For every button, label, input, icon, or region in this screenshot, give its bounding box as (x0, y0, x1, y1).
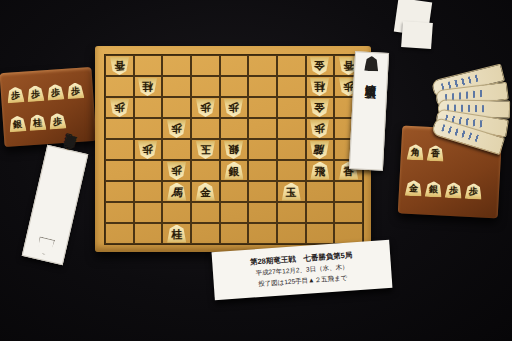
sente-piece-玉[interactable]: 玉 (282, 183, 301, 201)
sente-piece-銀[interactable]: 銀 (224, 162, 243, 180)
board-cell-9-5[interactable] (105, 139, 134, 160)
board-cell-9-7[interactable] (105, 181, 134, 202)
board-cell-5-7[interactable] (220, 181, 249, 202)
board-cell-3-8[interactable] (277, 202, 306, 223)
board-cell-8-8[interactable] (134, 202, 163, 223)
board-cell-7-3[interactable] (162, 97, 191, 118)
board-cell-1-9[interactable] (334, 223, 363, 244)
gote-captured-歩[interactable]: 歩 (46, 83, 64, 100)
gote-captured-tray: 歩歩歩歩銀桂歩 (6, 75, 90, 138)
board-cell-7-8[interactable] (162, 202, 191, 223)
sente-captured-角[interactable]: 角 (407, 144, 425, 161)
board-cell-6-6[interactable] (191, 160, 220, 181)
nameplate-right: 渡辺明棋王 (349, 51, 389, 171)
board-cell-7-4[interactable]: 歩 (162, 118, 191, 139)
board-cell-1-8[interactable] (334, 202, 363, 223)
board-cell-7-9[interactable]: 桂 (162, 223, 191, 244)
board-cell-9-9[interactable] (105, 223, 134, 244)
gote-piece-歩[interactable]: 歩 (110, 99, 129, 117)
sente-captured-香[interactable]: 香 (427, 145, 445, 162)
board-cell-6-9[interactable] (191, 223, 220, 244)
sente-captured-歩[interactable]: 歩 (445, 182, 463, 199)
board-cell-5-2[interactable] (220, 76, 249, 97)
board-cell-5-6[interactable]: 銀 (220, 160, 249, 181)
board-cell-6-3[interactable]: 歩 (191, 97, 220, 118)
gote-piece-歩[interactable]: 歩 (167, 162, 186, 180)
board-cell-2-6[interactable]: 飛 (306, 160, 335, 181)
paper-sheet (401, 21, 433, 49)
board-cell-9-8[interactable] (105, 202, 134, 223)
board-cell-2-1[interactable]: 金 (306, 55, 335, 76)
gote-piece-金[interactable]: 金 (310, 57, 329, 75)
board-cell-2-7[interactable] (306, 181, 335, 202)
nameplate-right-text: 渡辺明棋王 (363, 75, 378, 81)
sente-captured-銀[interactable]: 銀 (425, 181, 443, 198)
gote-captured-桂[interactable]: 桂 (29, 114, 47, 131)
shogi-piece-outline-icon (36, 236, 55, 256)
gote-captured-歩[interactable]: 歩 (66, 82, 84, 99)
board-cell-3-9[interactable] (277, 223, 306, 244)
board-cell-3-5[interactable] (277, 139, 306, 160)
gote-piece-歩[interactable]: 歩 (138, 141, 157, 159)
gote-piece-玉[interactable]: 玉 (196, 141, 215, 159)
board-cell-4-6[interactable] (248, 160, 277, 181)
board-cell-5-4[interactable] (220, 118, 249, 139)
board-cell-7-2[interactable] (162, 76, 191, 97)
sente-piece-馬[interactable]: 馬 (167, 183, 186, 201)
board-cell-9-6[interactable] (105, 160, 134, 181)
board-cell-7-1[interactable] (162, 55, 191, 76)
board-cell-3-3[interactable] (277, 97, 306, 118)
nameplate-left-text: 糸谷哲郎竜王 (57, 152, 75, 162)
sente-piece-桂[interactable]: 桂 (167, 225, 186, 243)
board-cell-4-3[interactable] (248, 97, 277, 118)
shogi-piece-silhouette-icon (364, 56, 379, 72)
board-cell-8-3[interactable] (134, 97, 163, 118)
gote-piece-歩[interactable]: 歩 (310, 120, 329, 138)
board-cell-9-2[interactable] (105, 76, 134, 97)
board-cell-3-6[interactable] (277, 160, 306, 181)
gote-piece-歩[interactable]: 歩 (196, 99, 215, 117)
board-cell-4-4[interactable] (248, 118, 277, 139)
board-cell-8-6[interactable] (134, 160, 163, 181)
gote-piece-香[interactable]: 香 (110, 57, 129, 75)
board-cell-7-7[interactable]: 馬 (162, 181, 191, 202)
board-cell-8-7[interactable] (134, 181, 163, 202)
nameplate-left: 糸谷哲郎竜王 (22, 145, 89, 266)
board-cell-1-7[interactable] (334, 181, 363, 202)
board-cell-7-6[interactable]: 歩 (162, 160, 191, 181)
board-cell-6-2[interactable] (191, 76, 220, 97)
board-cell-2-2[interactable]: 桂 (306, 76, 335, 97)
board-cell-8-1[interactable] (134, 55, 163, 76)
gote-captured-歩[interactable]: 歩 (48, 112, 66, 129)
board-cell-8-4[interactable] (134, 118, 163, 139)
board-cell-6-5[interactable]: 玉 (191, 139, 220, 160)
board-cell-8-9[interactable] (134, 223, 163, 244)
board-cell-9-3[interactable]: 歩 (105, 97, 134, 118)
gote-komadai: 歩歩歩歩銀桂歩 (0, 67, 96, 147)
board-cell-5-1[interactable] (220, 55, 249, 76)
board-cell-2-5[interactable]: 龍 (306, 139, 335, 160)
board-cell-7-5[interactable] (162, 139, 191, 160)
board-cell-4-8[interactable] (248, 202, 277, 223)
gote-piece-桂[interactable]: 桂 (310, 78, 329, 96)
gote-piece-歩[interactable]: 歩 (167, 120, 186, 138)
sente-piece-飛[interactable]: 飛 (310, 162, 329, 180)
gote-piece-金[interactable]: 金 (310, 99, 329, 117)
gote-piece-銀[interactable]: 銀 (224, 141, 243, 159)
board-cell-9-1[interactable]: 香 (105, 55, 134, 76)
board-cell-2-8[interactable] (306, 202, 335, 223)
board-cell-5-3[interactable]: 歩 (220, 97, 249, 118)
board-cell-3-1[interactable] (277, 55, 306, 76)
board-cell-3-7[interactable]: 玉 (277, 181, 306, 202)
board-cell-4-7[interactable] (248, 181, 277, 202)
board-grid: 香金香桂桂歩歩歩歩金歩歩歩玉銀龍歩銀飛香馬金玉桂 (104, 54, 364, 245)
board-cell-6-7[interactable]: 金 (191, 181, 220, 202)
board-cell-8-2[interactable]: 桂 (134, 76, 163, 97)
board-cell-8-5[interactable]: 歩 (134, 139, 163, 160)
gote-captured-歩[interactable]: 歩 (26, 85, 44, 102)
board-cell-4-5[interactable] (248, 139, 277, 160)
sente-captured-金[interactable]: 金 (405, 180, 423, 197)
board-cell-2-4[interactable]: 歩 (306, 118, 335, 139)
board-cell-4-9[interactable] (248, 223, 277, 244)
gote-piece-歩[interactable]: 歩 (224, 99, 243, 117)
gote-piece-桂[interactable]: 桂 (138, 78, 157, 96)
board-cell-4-1[interactable] (248, 55, 277, 76)
board-cell-4-2[interactable] (248, 76, 277, 97)
board-cell-2-3[interactable]: 金 (306, 97, 335, 118)
shogi-board: 香金香桂桂歩歩歩歩金歩歩歩玉銀龍歩銀飛香馬金玉桂 (95, 46, 371, 252)
sente-piece-金[interactable]: 金 (196, 183, 215, 201)
board-cell-5-9[interactable] (220, 223, 249, 244)
board-cell-9-4[interactable] (105, 118, 134, 139)
gote-piece-龍[interactable]: 龍 (310, 141, 329, 159)
board-cell-3-2[interactable] (277, 76, 306, 97)
sente-captured-歩[interactable]: 歩 (465, 183, 483, 200)
board-cell-5-8[interactable] (220, 202, 249, 223)
board-cell-6-8[interactable] (191, 202, 220, 223)
board-cell-2-9[interactable] (306, 223, 335, 244)
board-cell-6-4[interactable] (191, 118, 220, 139)
gote-captured-歩[interactable]: 歩 (7, 86, 25, 103)
gote-captured-銀[interactable]: 銀 (9, 115, 27, 132)
board-cell-3-4[interactable] (277, 118, 306, 139)
board-cell-5-5[interactable]: 銀 (220, 139, 249, 160)
board-cell-6-1[interactable] (191, 55, 220, 76)
